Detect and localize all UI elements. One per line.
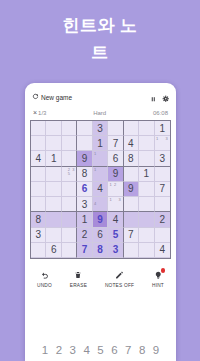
cell-value: 4 [113, 214, 119, 225]
game-status-bar: × 1/3 Hard 06:08 [25, 106, 176, 116]
sudoku-cell-r4c4[interactable]: 8 [77, 167, 92, 182]
sudoku-cell-r2c7[interactable]: 4 [124, 136, 139, 151]
sudoku-cell-r3c2[interactable]: 1 [46, 151, 61, 166]
cell-value: 1 [144, 168, 150, 179]
sudoku-cell-r4c2[interactable] [46, 167, 61, 182]
sudoku-cell-r9c6[interactable]: 3 [108, 243, 123, 258]
mistakes-counter: × 1/3 [33, 109, 46, 116]
cell-value: 6 [113, 153, 119, 164]
sudoku-cell-r3c8[interactable] [139, 151, 154, 166]
sudoku-cell-r9c3[interactable] [62, 243, 77, 258]
cell-note: 2 [114, 183, 116, 187]
sudoku-cell-r5c2[interactable] [46, 182, 61, 197]
erase-button[interactable]: ERASE [70, 270, 87, 288]
refresh-icon [32, 93, 39, 101]
cell-note: 1 [110, 198, 112, 202]
undo-label: UNDO [37, 283, 52, 288]
cell-value: 6 [97, 229, 103, 240]
sudoku-cell-r5c6[interactable]: 12 [108, 182, 123, 197]
sudoku-cell-r1c1[interactable] [31, 121, 46, 136]
sudoku-cell-r6c1[interactable] [31, 197, 46, 212]
sudoku-cell-r6c9[interactable] [155, 197, 170, 212]
cell-value: 4 [35, 153, 41, 164]
sudoku-cell-r4c7[interactable] [124, 167, 139, 182]
timer-value: 06:08 [153, 110, 168, 116]
cell-note: 1 [110, 183, 112, 187]
sudoku-cell-r3c5[interactable]: 1 [93, 151, 108, 166]
gear-icon[interactable] [162, 88, 170, 106]
sudoku-cell-r8c7[interactable]: 7 [124, 228, 139, 243]
cell-value: 8 [97, 244, 103, 255]
cell-note: 5 [68, 172, 70, 176]
sudoku-cell-r1c3[interactable] [62, 121, 77, 136]
sudoku-cell-r8c4[interactable]: 2 [77, 228, 92, 243]
sudoku-cell-r1c4[interactable] [77, 121, 92, 136]
sudoku-cell-r6c3[interactable] [62, 197, 77, 212]
sudoku-cell-r5c1[interactable] [31, 182, 46, 197]
cell-value: 1 [82, 214, 88, 225]
cell-value: 4 [97, 183, 103, 194]
notes-toggle-button[interactable]: NOTES OFF [105, 270, 134, 288]
sudoku-cell-r2c4[interactable] [77, 136, 92, 151]
sudoku-cell-r2c6[interactable]: 7 [108, 136, 123, 151]
sudoku-cell-r4c9[interactable] [155, 167, 170, 182]
numpad-2[interactable]: 2 [54, 344, 64, 356]
cell-value: 9 [113, 168, 119, 179]
page-title: 힌트와 노 트 [0, 0, 200, 66]
sudoku-cell-r8c5[interactable]: 6 [93, 228, 108, 243]
erase-icon [74, 270, 82, 280]
cell-value: 4 [159, 244, 165, 255]
sudoku-cell-r5c4[interactable]: 6 [77, 182, 92, 197]
sudoku-cell-r7c4[interactable]: 1 [77, 212, 92, 227]
erase-label: ERASE [70, 283, 87, 288]
sudoku-cell-r9c2[interactable]: 6 [46, 243, 61, 258]
new-game-button[interactable]: New game [32, 93, 72, 101]
sudoku-cell-r4c3[interactable]: 235 [62, 167, 77, 182]
cell-value: 9 [82, 153, 88, 164]
sudoku-cell-r7c8[interactable] [139, 212, 154, 227]
cell-value: 6 [51, 244, 57, 255]
sudoku-cell-r3c9[interactable]: 3 [155, 151, 170, 166]
notes-toggle-label: NOTES OFF [105, 283, 134, 288]
sudoku-cell-r9c7[interactable] [124, 243, 139, 258]
cell-value: 3 [35, 229, 41, 240]
pencil-icon [115, 270, 124, 280]
page-title-line-2: 트 [0, 39, 200, 66]
sudoku-cell-r9c9[interactable]: 4 [155, 243, 170, 258]
numpad-6[interactable]: 6 [109, 344, 119, 356]
sudoku-cell-r8c8[interactable] [139, 228, 154, 243]
sudoku-cell-r2c2[interactable] [46, 136, 61, 151]
cell-value: 2 [159, 214, 165, 225]
sudoku-cell-r8c6[interactable]: 5 [108, 228, 123, 243]
sudoku-cell-r6c7[interactable] [124, 197, 139, 212]
cell-value: 1 [159, 123, 165, 134]
sudoku-cell-r7c1[interactable]: 8 [31, 212, 46, 227]
cell-note: 1 [94, 152, 96, 156]
numpad-8[interactable]: 8 [137, 344, 147, 356]
numpad-5[interactable]: 5 [96, 344, 106, 356]
sudoku-cell-r5c8[interactable] [139, 182, 154, 197]
sudoku-cell-r2c3[interactable] [62, 136, 77, 151]
sudoku-cell-r7c7[interactable] [124, 212, 139, 227]
cell-value: 8 [82, 168, 88, 179]
sudoku-cell-r2c8[interactable] [139, 136, 154, 151]
sudoku-cell-r7c2[interactable] [46, 212, 61, 227]
sudoku-cell-r1c8[interactable] [139, 121, 154, 136]
cell-value: 3 [82, 199, 88, 210]
sudoku-cell-r4c1[interactable] [31, 167, 46, 182]
sudoku-cell-r7c3[interactable] [62, 212, 77, 227]
numpad-9[interactable]: 9 [151, 344, 161, 356]
sudoku-cell-r1c7[interactable] [124, 121, 139, 136]
sudoku-cell-r1c6[interactable] [108, 121, 123, 136]
cell-value: 7 [113, 138, 119, 149]
sudoku-cell-r5c9[interactable]: 7 [155, 182, 170, 197]
cell-note: 3 [72, 168, 74, 172]
sudoku-cell-r2c1[interactable] [31, 136, 46, 151]
sudoku-cell-r9c5[interactable]: 8 [93, 243, 108, 258]
numpad-4[interactable]: 4 [82, 344, 92, 356]
pause-icon[interactable] [150, 88, 157, 106]
sudoku-cell-r8c3[interactable] [62, 228, 77, 243]
sudoku-cell-r8c1[interactable]: 3 [31, 228, 46, 243]
sudoku-cell-r2c5[interactable]: 1 [93, 136, 108, 151]
cell-note: 3 [166, 137, 168, 141]
hint-badge [161, 268, 166, 273]
cell-value: 1 [97, 138, 103, 149]
cell-note: 4 [94, 202, 96, 206]
cell-value: 7 [159, 183, 165, 194]
sudoku-cell-r7c6[interactable]: 4 [108, 212, 123, 227]
sudoku-cell-r9c8[interactable] [139, 243, 154, 258]
sudoku-cell-r6c5[interactable]: 4 [93, 197, 108, 212]
sudoku-cell-r5c3[interactable] [62, 182, 77, 197]
cell-value: 4 [128, 138, 134, 149]
sudoku-cell-r4c6[interactable]: 9 [108, 167, 123, 182]
sudoku-cell-r2c9[interactable]: 13 [155, 136, 170, 151]
sudoku-app-card: New game × 1/3 Hard 06:08 31174134191683… [25, 83, 176, 361]
sudoku-grid: 3117413419168323581916412973413819423265… [30, 120, 171, 259]
sudoku-cell-r9c1[interactable] [31, 243, 46, 258]
cell-value: 5 [113, 229, 119, 240]
mistake-x-icon: × [33, 109, 37, 116]
cell-value: 9 [128, 183, 134, 194]
undo-button[interactable]: UNDO [37, 270, 52, 288]
cell-value: 9 [97, 214, 103, 225]
sudoku-cell-r3c7[interactable]: 8 [124, 151, 139, 166]
sudoku-cell-r7c5[interactable]: 9 [93, 212, 108, 227]
sudoku-cell-r4c5[interactable]: 1 [93, 167, 108, 182]
cell-value: 3 [159, 153, 165, 164]
sudoku-cell-r7c9[interactable]: 2 [155, 212, 170, 227]
sudoku-cell-r8c9[interactable] [155, 228, 170, 243]
cell-value: 7 [82, 244, 88, 255]
cell-value: 6 [82, 183, 88, 194]
sudoku-cell-r1c5[interactable]: 3 [93, 121, 108, 136]
cell-value: 8 [35, 214, 41, 225]
cell-value: 3 [113, 244, 119, 255]
sudoku-cell-r3c4[interactable]: 9 [77, 151, 92, 166]
sudoku-cell-r1c9[interactable]: 1 [155, 121, 170, 136]
hint-button[interactable]: HINT [152, 270, 164, 288]
page-title-line-1: 힌트와 노 [0, 12, 200, 39]
undo-icon [40, 270, 49, 280]
new-game-label: New game [41, 94, 72, 101]
numpad-7[interactable]: 7 [123, 344, 133, 356]
sudoku-cell-r6c4[interactable]: 3 [77, 197, 92, 212]
cell-value: 7 [128, 229, 134, 240]
cell-value: 8 [128, 153, 134, 164]
sudoku-cell-r6c2[interactable] [46, 197, 61, 212]
mistakes-value: 1/3 [38, 110, 46, 116]
numpad-1[interactable]: 1 [40, 344, 50, 356]
sudoku-cell-r3c3[interactable] [62, 151, 77, 166]
sudoku-cell-r5c7[interactable]: 9 [124, 182, 139, 197]
cell-note: 1 [94, 168, 96, 172]
app-header: New game [25, 83, 176, 106]
sudoku-cell-r1c2[interactable] [46, 121, 61, 136]
sudoku-cell-r6c8[interactable] [139, 197, 154, 212]
sudoku-cell-r6c6[interactable]: 13 [108, 197, 123, 212]
sudoku-cell-r4c8[interactable]: 1 [139, 167, 154, 182]
hint-label: HINT [152, 283, 164, 288]
cell-note: 3 [118, 198, 120, 202]
sudoku-cell-r5c5[interactable]: 4 [93, 182, 108, 197]
difficulty-label: Hard [93, 110, 106, 116]
cell-value: 3 [97, 123, 103, 134]
numpad-3[interactable]: 3 [68, 344, 78, 356]
sudoku-cell-r9c4[interactable]: 7 [77, 243, 92, 258]
number-pad: 123456789 [25, 344, 176, 356]
sudoku-cell-r3c6[interactable]: 6 [108, 151, 123, 166]
sudoku-cell-r3c1[interactable]: 4 [31, 151, 46, 166]
cell-note: 1 [156, 137, 158, 141]
hint-bulb-icon [154, 270, 163, 280]
cell-value: 1 [51, 153, 57, 164]
cell-value: 2 [82, 229, 88, 240]
sudoku-cell-r8c2[interactable] [46, 228, 61, 243]
toolbar: UNDO ERASE NOTES OFF HINT [25, 270, 176, 288]
